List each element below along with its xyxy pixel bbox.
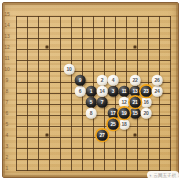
stone-number: 14 [100, 88, 105, 94]
stone-white-6-G8: 6 [75, 86, 86, 97]
stone-number: 8 [90, 110, 92, 116]
stone-number: 19 [122, 110, 127, 116]
stone-number: 1 [90, 88, 92, 94]
watermark: ◗ 云网五子棋 [147, 171, 179, 179]
stone-number: 25 [111, 121, 116, 127]
stone-white-18-K5: 18 [119, 119, 130, 130]
stone-number: 3 [112, 88, 114, 94]
stone-number: 6 [79, 88, 81, 94]
stone-number: 18 [122, 121, 127, 127]
stone-number: 13 [133, 88, 138, 94]
row-label-9: 9 [6, 78, 9, 83]
stone-black-1-H8: 1 [86, 86, 97, 97]
row-label-2: 2 [6, 155, 9, 160]
page: { "game": "gomoku", "app": { "watermark"… [0, 0, 180, 180]
stone-black-17-J6: 17 [108, 108, 119, 119]
star-point-L4 [134, 134, 137, 137]
gomoku-board[interactable]: 151413121110987654321 ABCDEFGHIJKLMNO 12… [2, 2, 179, 178]
star-point-D4 [46, 134, 49, 137]
row-label-5: 5 [6, 122, 9, 127]
stone-white-24-N8: 24 [152, 86, 163, 97]
stone-number: 10 [67, 66, 72, 72]
stone-white-12-K7: 12 [119, 97, 130, 108]
stone-black-15-L6: 15 [130, 108, 141, 119]
stone-black-11-K8: 11 [119, 86, 130, 97]
watermark-text: 云网五子棋 [154, 173, 177, 178]
stone-white-4-J9: 4 [108, 75, 119, 86]
row-label-12: 12 [4, 45, 10, 50]
stone-number: 17 [111, 110, 116, 116]
stone-black-7-I7: 7 [97, 97, 108, 108]
stone-number: 24 [155, 88, 160, 94]
row-label-4: 4 [6, 133, 9, 138]
stone-number: 4 [112, 77, 114, 83]
stone-white-10-F10: 10 [64, 64, 75, 75]
stone-number: 23 [144, 88, 149, 94]
stone-white-8-H6: 8 [86, 108, 97, 119]
stone-number: 11 [122, 88, 127, 94]
stone-white-26-N9: 26 [152, 75, 163, 86]
stone-number: 27 [100, 132, 105, 138]
stone-number: 15 [133, 110, 138, 116]
row-label-10: 10 [4, 67, 10, 72]
stone-white-14-I8: 14 [97, 86, 108, 97]
row-label-14: 14 [4, 23, 10, 28]
stone-black-21-L7: 21 [130, 97, 141, 108]
stone-number: 26 [155, 77, 160, 83]
row-label-13: 13 [4, 34, 10, 39]
stone-black-23-M8: 23 [141, 86, 152, 97]
stone-number: 16 [144, 99, 149, 105]
row-label-7: 7 [6, 100, 9, 105]
row-label-15: 15 [4, 12, 10, 17]
stone-black-19-K6: 19 [119, 108, 130, 119]
star-point-L12 [134, 46, 137, 49]
stone-black-5-H7: 5 [86, 97, 97, 108]
stone-white-22-L9: 22 [130, 75, 141, 86]
stone-number: 5 [90, 99, 92, 105]
row-label-8: 8 [6, 89, 9, 94]
stone-number: 9 [79, 77, 81, 83]
stone-black-25-J5: 25 [108, 119, 119, 130]
stone-black-13-L8: 13 [130, 86, 141, 97]
stone-number: 12 [122, 99, 127, 105]
row-label-11: 11 [4, 56, 9, 61]
row-label-6: 6 [6, 111, 9, 116]
stone-black-9-G9: 9 [75, 75, 86, 86]
stone-number: 22 [133, 77, 138, 83]
stone-number: 2 [101, 77, 103, 83]
row-label-1: 1 [6, 166, 9, 171]
stone-white-16-M7: 16 [141, 97, 152, 108]
row-label-3: 3 [6, 144, 9, 149]
stone-black-27-I4: 27 [97, 130, 108, 141]
stone-number: 21 [133, 99, 138, 105]
stone-white-2-I9: 2 [97, 75, 108, 86]
stone-number: 20 [144, 110, 149, 116]
stone-black-3-J8: 3 [108, 86, 119, 97]
stone-number: 7 [101, 99, 103, 105]
stone-white-20-M6: 20 [141, 108, 152, 119]
star-point-D12 [46, 46, 49, 49]
